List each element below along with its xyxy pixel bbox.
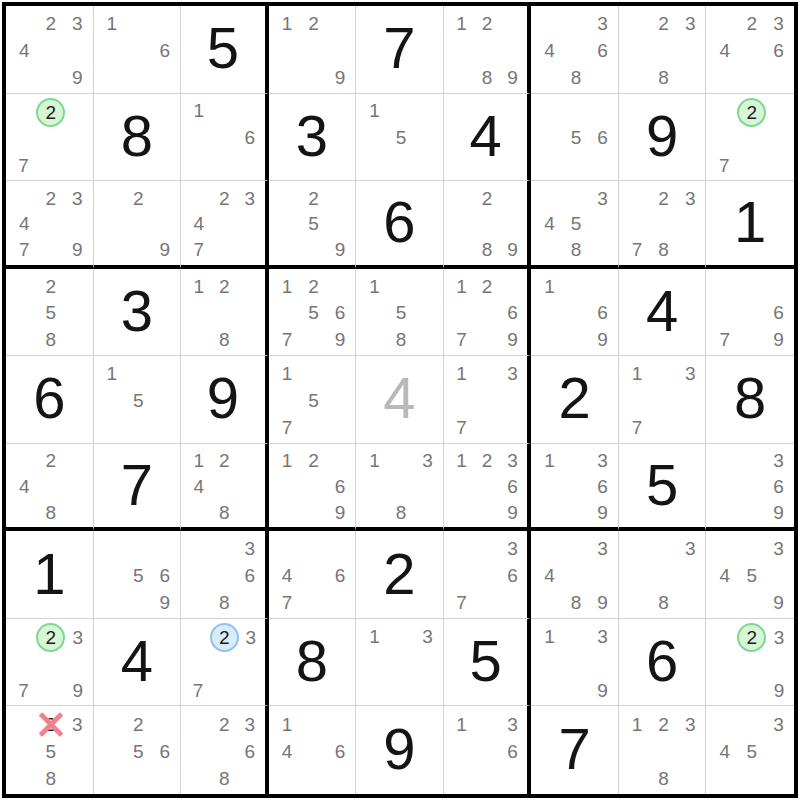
cell-r7c3[interactable]: 368 bbox=[181, 531, 269, 619]
candidate-7: 7 bbox=[449, 414, 475, 441]
cell-r9c4[interactable]: 146 bbox=[269, 706, 357, 794]
solved-digit: 8 bbox=[296, 632, 328, 690]
candidate-6: 6 bbox=[589, 37, 616, 64]
cell-r1c7[interactable]: 3468 bbox=[531, 6, 619, 94]
candidate-grid: 3468 bbox=[531, 6, 618, 93]
candidate-grid: 369 bbox=[706, 444, 794, 528]
candidate-5: 5 bbox=[738, 562, 765, 589]
cell-r4c1[interactable]: 258 bbox=[6, 269, 94, 357]
candidate-6: 6 bbox=[765, 37, 792, 64]
candidate-grid: 27 bbox=[706, 94, 794, 181]
solved-digit: 9 bbox=[207, 369, 239, 427]
candidate-2: 2 bbox=[738, 10, 765, 37]
solved-digit: 1 bbox=[33, 545, 65, 603]
candidate-8: 8 bbox=[388, 326, 415, 353]
candidate-3: 3 bbox=[589, 185, 616, 211]
candidate-2: 2 bbox=[737, 623, 766, 652]
candidate-1: 1 bbox=[536, 273, 563, 300]
candidate-4: 4 bbox=[536, 37, 563, 64]
cell-r1c6[interactable]: 1289 bbox=[444, 6, 532, 94]
cell-r6c3[interactable]: 1248 bbox=[181, 444, 269, 532]
candidate-5: 5 bbox=[125, 387, 152, 414]
solved-digit: 4 bbox=[121, 632, 153, 690]
candidate-9: 9 bbox=[327, 326, 354, 353]
candidate-grid: 12369 bbox=[444, 444, 528, 528]
candidate-grid: 289 bbox=[444, 181, 528, 265]
cell-r1c1[interactable]: 2349 bbox=[6, 6, 94, 94]
solved-digit: 7 bbox=[383, 19, 415, 77]
candidate-9: 9 bbox=[765, 499, 792, 525]
candidate-grid: 1248 bbox=[181, 444, 265, 528]
cell-r5c7[interactable]: 2 bbox=[531, 356, 619, 444]
candidate-grid: 29 bbox=[94, 181, 181, 265]
candidate-3: 3 bbox=[589, 448, 616, 474]
candidate-9: 9 bbox=[64, 237, 91, 263]
candidate-8: 8 bbox=[563, 589, 590, 616]
candidate-7: 7 bbox=[274, 589, 301, 616]
candidate-5: 5 bbox=[300, 387, 327, 414]
candidate-6: 6 bbox=[500, 562, 526, 589]
candidate-2: 2 bbox=[210, 623, 239, 652]
candidate-grid: 259 bbox=[269, 181, 356, 265]
cell-r5c8[interactable]: 137 bbox=[619, 356, 707, 444]
cell-r7c6[interactable]: 367 bbox=[444, 531, 532, 619]
candidate-1: 1 bbox=[99, 10, 126, 37]
cell-r2c3[interactable]: 16 bbox=[181, 94, 269, 182]
candidate-2: 2 bbox=[474, 273, 500, 300]
candidate-grid: 16 bbox=[181, 94, 265, 181]
candidate-3: 3 bbox=[500, 710, 526, 737]
candidate-1: 1 bbox=[186, 98, 212, 125]
candidate-4: 4 bbox=[11, 211, 38, 237]
cell-r2c9[interactable]: 27 bbox=[706, 94, 794, 182]
cell-r6c4[interactable]: 1269 bbox=[269, 444, 357, 532]
cell-r5c3[interactable]: 9 bbox=[181, 356, 269, 444]
candidate-2: 2 bbox=[212, 448, 238, 474]
candidate-1: 1 bbox=[274, 10, 301, 37]
candidate-2: 2 bbox=[38, 448, 65, 474]
candidate-2: 2 bbox=[212, 185, 238, 211]
solved-digit: 5 bbox=[646, 456, 678, 514]
candidate-2: 2 bbox=[36, 98, 65, 127]
candidate-6: 6 bbox=[237, 124, 263, 151]
candidate-9: 9 bbox=[152, 589, 179, 616]
candidate-7: 7 bbox=[11, 678, 36, 704]
candidate-grid: 169 bbox=[531, 269, 618, 356]
candidate-grid: 136 bbox=[444, 706, 528, 794]
cell-r9c9[interactable]: 345 bbox=[706, 706, 794, 794]
candidate-grid: 2379 bbox=[6, 619, 93, 706]
candidate-6: 6 bbox=[589, 474, 616, 500]
candidate-grid: 467 bbox=[269, 531, 356, 618]
cell-r6c7[interactable]: 1369 bbox=[531, 444, 619, 532]
cell-r7c2[interactable]: 569 bbox=[94, 531, 182, 619]
candidate-3: 3 bbox=[765, 448, 792, 474]
candidate-grid: 157 bbox=[269, 356, 356, 443]
cell-r2c1[interactable]: 27 bbox=[6, 94, 94, 182]
candidate-3: 3 bbox=[64, 710, 91, 737]
cell-r7c9[interactable]: 3459 bbox=[706, 531, 794, 619]
candidate-grid: 237 bbox=[181, 619, 265, 706]
cell-r9c5[interactable]: 9 bbox=[356, 706, 444, 794]
candidate-9: 9 bbox=[327, 237, 354, 263]
candidate-1: 1 bbox=[186, 448, 212, 474]
cell-r1c2[interactable]: 16 bbox=[94, 6, 182, 94]
candidate-6: 6 bbox=[152, 562, 179, 589]
candidate-9: 9 bbox=[500, 499, 526, 525]
candidate-8: 8 bbox=[474, 237, 500, 263]
candidate-1: 1 bbox=[361, 448, 388, 474]
candidate-4: 4 bbox=[186, 474, 212, 500]
solved-digit: 7 bbox=[558, 720, 590, 778]
cell-r2c6[interactable]: 4 bbox=[444, 94, 532, 182]
solved-digit: 9 bbox=[383, 720, 415, 778]
cell-r7c4[interactable]: 467 bbox=[269, 531, 357, 619]
candidate-6: 6 bbox=[589, 124, 616, 151]
candidate-8: 8 bbox=[474, 64, 500, 91]
candidate-7: 7 bbox=[274, 326, 301, 353]
candidate-1: 1 bbox=[361, 273, 388, 300]
candidate-5: 5 bbox=[125, 738, 152, 765]
cell-r4c8[interactable]: 4 bbox=[619, 269, 707, 357]
candidate-2: 2 bbox=[38, 185, 65, 211]
cell-r8c9[interactable]: 239 bbox=[706, 619, 794, 707]
candidate-3: 3 bbox=[239, 623, 263, 652]
candidate-4: 4 bbox=[274, 562, 301, 589]
candidate-2: 2 bbox=[650, 710, 677, 737]
candidate-grid: 137 bbox=[619, 356, 706, 443]
candidate-grid: 128 bbox=[181, 269, 265, 356]
candidate-5: 5 bbox=[388, 124, 415, 151]
cell-r8c5[interactable]: 13 bbox=[356, 619, 444, 707]
candidate-grid: 1289 bbox=[444, 6, 528, 93]
candidate-8: 8 bbox=[212, 499, 238, 525]
candidate-3: 3 bbox=[237, 535, 263, 562]
candidate-3: 3 bbox=[677, 360, 704, 387]
candidate-3: 3 bbox=[765, 535, 792, 562]
candidate-2: 2 bbox=[650, 10, 677, 37]
candidate-3: 3 bbox=[677, 535, 704, 562]
cell-r6c1[interactable]: 248 bbox=[6, 444, 94, 532]
candidate-1: 1 bbox=[536, 623, 563, 650]
candidate-grid: 146 bbox=[269, 706, 356, 794]
candidate-2: 2 bbox=[38, 273, 65, 300]
candidate-3: 3 bbox=[500, 448, 526, 474]
candidate-2: 2 bbox=[737, 98, 766, 127]
candidate-8: 8 bbox=[650, 765, 677, 792]
candidate-grid: 569 bbox=[94, 531, 181, 618]
candidate-5: 5 bbox=[563, 124, 590, 151]
cell-r2c7[interactable]: 56 bbox=[531, 94, 619, 182]
candidate-8: 8 bbox=[212, 589, 238, 616]
candidate-2: 2 bbox=[125, 710, 152, 737]
candidate-8: 8 bbox=[38, 499, 65, 525]
cell-r6c8[interactable]: 5 bbox=[619, 444, 707, 532]
cell-r5c6[interactable]: 137 bbox=[444, 356, 532, 444]
candidate-5: 5 bbox=[38, 738, 65, 765]
candidate-grid: 345 bbox=[706, 706, 794, 794]
candidate-7: 7 bbox=[186, 678, 210, 704]
candidate-1: 1 bbox=[99, 360, 126, 387]
candidate-7: 7 bbox=[624, 237, 651, 263]
candidate-1: 1 bbox=[449, 10, 475, 37]
candidate-1: 1 bbox=[274, 360, 301, 387]
candidate-grid: 137 bbox=[444, 356, 528, 443]
candidate-2: 2 bbox=[300, 10, 327, 37]
candidate-grid: 3458 bbox=[531, 181, 618, 265]
cell-r8c6[interactable]: 5 bbox=[444, 619, 532, 707]
cell-r9c1[interactable]: 2358 bbox=[6, 706, 94, 794]
candidate-6: 6 bbox=[237, 738, 263, 765]
candidate-6: 6 bbox=[500, 738, 526, 765]
sudoku-board: 2349165129712893468238234627816315456927… bbox=[2, 2, 798, 798]
candidate-5: 5 bbox=[125, 562, 152, 589]
cell-r2c5[interactable]: 15 bbox=[356, 94, 444, 182]
cell-r9c2[interactable]: 256 bbox=[94, 706, 182, 794]
candidate-2: 2 bbox=[300, 273, 327, 300]
candidate-grid: 2378 bbox=[619, 181, 706, 265]
candidate-8: 8 bbox=[650, 589, 677, 616]
candidate-8: 8 bbox=[563, 237, 590, 263]
cell-r1c8[interactable]: 238 bbox=[619, 6, 707, 94]
candidate-3: 3 bbox=[766, 623, 792, 652]
cell-r5c9[interactable]: 8 bbox=[706, 356, 794, 444]
cell-r1c9[interactable]: 2346 bbox=[706, 6, 794, 94]
candidate-grid: 2358 bbox=[6, 706, 93, 794]
candidate-3: 3 bbox=[414, 448, 441, 474]
candidate-2: 2 bbox=[474, 448, 500, 474]
cell-r6c9[interactable]: 369 bbox=[706, 444, 794, 532]
cell-r4c6[interactable]: 12679 bbox=[444, 269, 532, 357]
cell-r4c4[interactable]: 125679 bbox=[269, 269, 357, 357]
cell-r3c6[interactable]: 289 bbox=[444, 181, 532, 269]
candidate-2: 2 bbox=[474, 10, 500, 37]
cell-r1c4[interactable]: 129 bbox=[269, 6, 357, 94]
candidate-grid: 1269 bbox=[269, 444, 356, 528]
candidate-grid: 16 bbox=[94, 6, 181, 93]
candidate-grid: 1369 bbox=[531, 444, 618, 528]
candidate-6: 6 bbox=[765, 474, 792, 500]
candidate-grid: 258 bbox=[6, 269, 93, 356]
candidate-7: 7 bbox=[11, 152, 36, 178]
solved-digit: 5 bbox=[469, 632, 501, 690]
candidate-3: 3 bbox=[237, 710, 263, 737]
candidate-5: 5 bbox=[563, 211, 590, 237]
candidate-5: 5 bbox=[738, 738, 765, 765]
candidate-3: 3 bbox=[589, 623, 616, 650]
cell-r3c2[interactable]: 29 bbox=[94, 181, 182, 269]
cell-r4c2[interactable]: 3 bbox=[94, 269, 182, 357]
candidate-6: 6 bbox=[500, 300, 526, 327]
cell-r8c3[interactable]: 237 bbox=[181, 619, 269, 707]
candidate-6: 6 bbox=[500, 474, 526, 500]
candidate-6: 6 bbox=[589, 300, 616, 327]
candidate-3: 3 bbox=[677, 710, 704, 737]
candidate-7: 7 bbox=[624, 414, 651, 441]
cell-r8c8[interactable]: 6 bbox=[619, 619, 707, 707]
cell-r1c5[interactable]: 7 bbox=[356, 6, 444, 94]
candidate-9: 9 bbox=[766, 678, 792, 704]
candidate-3: 3 bbox=[589, 535, 616, 562]
candidate-7: 7 bbox=[449, 326, 475, 353]
cell-r4c7[interactable]: 169 bbox=[531, 269, 619, 357]
cell-r1c3[interactable]: 5 bbox=[181, 6, 269, 94]
candidate-grid: 125679 bbox=[269, 269, 356, 356]
solved-digit: 2 bbox=[383, 545, 415, 603]
cell-r9c8[interactable]: 1238 bbox=[619, 706, 707, 794]
solved-digit: 8 bbox=[734, 369, 766, 427]
candidate-grid: 248 bbox=[6, 444, 93, 528]
candidate-8: 8 bbox=[388, 499, 415, 525]
candidate-8: 8 bbox=[38, 326, 65, 353]
candidate-6: 6 bbox=[152, 37, 179, 64]
candidate-4: 4 bbox=[536, 562, 563, 589]
cell-r2c8[interactable]: 9 bbox=[619, 94, 707, 182]
cell-r7c8[interactable]: 38 bbox=[619, 531, 707, 619]
cell-r7c1[interactable]: 1 bbox=[6, 531, 94, 619]
solved-digit: 1 bbox=[734, 193, 766, 251]
candidate-9: 9 bbox=[65, 678, 90, 704]
candidate-4: 4 bbox=[11, 474, 38, 500]
candidate-grid: 239 bbox=[706, 619, 794, 706]
candidate-2: 2 bbox=[474, 185, 500, 211]
candidate-3: 3 bbox=[64, 185, 91, 211]
cell-r8c1[interactable]: 2379 bbox=[6, 619, 94, 707]
solved-digit: 3 bbox=[121, 282, 153, 340]
candidate-grid: 158 bbox=[356, 269, 443, 356]
solved-digit: 2 bbox=[558, 369, 590, 427]
cell-r4c9[interactable]: 679 bbox=[706, 269, 794, 357]
cell-r6c5[interactable]: 138 bbox=[356, 444, 444, 532]
candidate-8: 8 bbox=[212, 326, 238, 353]
cell-r3c5[interactable]: 6 bbox=[356, 181, 444, 269]
cell-r5c1[interactable]: 6 bbox=[6, 356, 94, 444]
candidate-7: 7 bbox=[711, 152, 737, 178]
candidate-4: 4 bbox=[711, 738, 738, 765]
candidate-1: 1 bbox=[274, 448, 301, 474]
candidate-8: 8 bbox=[650, 64, 677, 91]
candidate-1: 1 bbox=[361, 623, 388, 650]
candidate-8: 8 bbox=[563, 64, 590, 91]
candidate-5: 5 bbox=[38, 300, 65, 327]
candidate-1: 1 bbox=[361, 98, 388, 125]
cell-r8c4[interactable]: 8 bbox=[269, 619, 357, 707]
candidate-2: 2 bbox=[212, 710, 238, 737]
candidate-grid: 2346 bbox=[706, 6, 794, 93]
candidate-4: 4 bbox=[711, 562, 738, 589]
pending-digit: 4 bbox=[383, 369, 415, 427]
cell-r5c5[interactable]: 4 bbox=[356, 356, 444, 444]
candidate-3: 3 bbox=[500, 535, 526, 562]
candidate-9: 9 bbox=[64, 64, 91, 91]
candidate-1: 1 bbox=[624, 710, 651, 737]
cell-r3c3[interactable]: 2347 bbox=[181, 181, 269, 269]
candidate-grid: 2349 bbox=[6, 6, 93, 93]
candidate-5: 5 bbox=[300, 300, 327, 327]
candidate-3: 3 bbox=[677, 185, 704, 211]
cell-r6c2[interactable]: 7 bbox=[94, 444, 182, 532]
cell-r5c4[interactable]: 157 bbox=[269, 356, 357, 444]
candidate-2: 2 bbox=[36, 623, 65, 652]
candidate-6: 6 bbox=[765, 300, 792, 327]
candidate-grid: 12679 bbox=[444, 269, 528, 356]
candidate-4: 4 bbox=[11, 37, 38, 64]
solved-digit: 3 bbox=[296, 107, 328, 165]
candidate-5: 5 bbox=[388, 300, 415, 327]
candidate-1: 1 bbox=[449, 448, 475, 474]
candidate-6: 6 bbox=[327, 474, 354, 500]
candidate-9: 9 bbox=[589, 499, 616, 525]
candidate-7: 7 bbox=[11, 237, 38, 263]
cell-r6c6[interactable]: 12369 bbox=[444, 444, 532, 532]
candidate-grid: 3489 bbox=[531, 531, 618, 618]
cell-r3c9[interactable]: 1 bbox=[706, 181, 794, 269]
candidate-3: 3 bbox=[765, 10, 792, 37]
candidate-grid: 139 bbox=[531, 619, 618, 706]
candidate-1: 1 bbox=[186, 273, 212, 300]
candidate-3: 3 bbox=[414, 623, 441, 650]
candidate-grid: 138 bbox=[356, 444, 443, 528]
candidate-grid: 3459 bbox=[706, 531, 794, 618]
cell-r2c4[interactable]: 3 bbox=[269, 94, 357, 182]
solved-digit: 7 bbox=[121, 456, 153, 514]
candidate-2: 2 bbox=[38, 710, 65, 737]
candidate-grid: 13 bbox=[356, 619, 443, 706]
candidate-1: 1 bbox=[274, 273, 301, 300]
candidate-9: 9 bbox=[327, 64, 354, 91]
candidate-6: 6 bbox=[237, 562, 263, 589]
candidate-9: 9 bbox=[327, 499, 354, 525]
cell-r3c1[interactable]: 23479 bbox=[6, 181, 94, 269]
cell-r8c7[interactable]: 139 bbox=[531, 619, 619, 707]
cell-r9c3[interactable]: 2368 bbox=[181, 706, 269, 794]
cell-r2c2[interactable]: 8 bbox=[94, 94, 182, 182]
cell-r7c7[interactable]: 3489 bbox=[531, 531, 619, 619]
cell-r5c2[interactable]: 15 bbox=[94, 356, 182, 444]
candidate-6: 6 bbox=[152, 738, 179, 765]
cell-r8c2[interactable]: 4 bbox=[94, 619, 182, 707]
candidate-2: 2 bbox=[650, 185, 677, 211]
candidate-6: 6 bbox=[327, 300, 354, 327]
candidate-4: 4 bbox=[186, 211, 212, 237]
cell-r7c5[interactable]: 2 bbox=[356, 531, 444, 619]
candidate-6: 6 bbox=[327, 562, 354, 589]
cell-r3c8[interactable]: 2378 bbox=[619, 181, 707, 269]
page: 2349165129712893468238234627816315456927… bbox=[0, 0, 800, 800]
candidate-grid: 129 bbox=[269, 6, 356, 93]
cell-r3c7[interactable]: 3458 bbox=[531, 181, 619, 269]
candidate-2: 2 bbox=[125, 185, 152, 211]
cell-r3c4[interactable]: 259 bbox=[269, 181, 357, 269]
candidate-grid: 368 bbox=[181, 531, 265, 618]
cell-r9c7[interactable]: 7 bbox=[531, 706, 619, 794]
candidate-9: 9 bbox=[152, 237, 179, 263]
candidate-1: 1 bbox=[449, 710, 475, 737]
candidate-1: 1 bbox=[624, 360, 651, 387]
candidate-7: 7 bbox=[186, 237, 212, 263]
candidate-1: 1 bbox=[449, 273, 475, 300]
candidate-8: 8 bbox=[212, 765, 238, 792]
candidate-2: 2 bbox=[38, 10, 65, 37]
candidate-grid: 15 bbox=[356, 94, 443, 181]
candidate-grid: 238 bbox=[619, 6, 706, 93]
candidate-grid: 27 bbox=[6, 94, 93, 181]
candidate-5: 5 bbox=[300, 211, 327, 237]
candidate-8: 8 bbox=[650, 237, 677, 263]
cell-r9c6[interactable]: 136 bbox=[444, 706, 532, 794]
cell-r4c3[interactable]: 128 bbox=[181, 269, 269, 357]
cell-r4c5[interactable]: 158 bbox=[356, 269, 444, 357]
